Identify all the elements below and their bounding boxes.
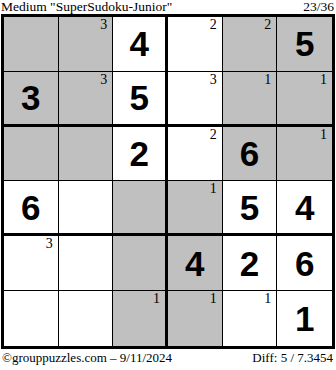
difficulty-text: Diff: 5 / 7.3454 [252,350,333,366]
cell-r4c6[interactable]: 4 [277,181,332,236]
cell-r2c3[interactable]: 5 [113,72,168,127]
cell-r4c2[interactable] [59,181,114,236]
pencil-mark: 2 [210,17,217,32]
cell-value: 3 [21,80,40,115]
cell-r6c5[interactable]: 1 [223,291,278,346]
cell-r3c4[interactable]: 2 [168,127,223,182]
pencil-mark: 1 [264,72,271,87]
cell-value: 6 [295,246,314,281]
cell-r3c1[interactable] [4,127,59,182]
cell-value: 5 [295,26,314,61]
pencil-mark: 1 [264,291,271,306]
cell-r1c5[interactable]: 2 [223,17,278,72]
cell-r6c1[interactable] [4,291,59,346]
puzzle-title: Medium "SuperSudoku-Junior" [1,0,172,14]
pencil-mark: 1 [210,181,217,196]
cell-r5c6[interactable]: 6 [277,236,332,291]
cell-value: 5 [129,80,148,115]
cell-r3c2[interactable] [59,127,114,182]
cell-r5c2[interactable] [59,236,114,291]
cell-r2c4[interactable]: 3 [168,72,223,127]
cell-r5c4[interactable]: 4 [168,236,223,291]
progress-counter: 23/36 [303,0,334,14]
cell-r6c6[interactable]: 1 [277,291,332,346]
cell-r5c1[interactable]: 3 [4,236,59,291]
cell-r2c6[interactable]: 1 [277,72,332,127]
cell-value: 4 [185,246,204,281]
cell-r3c6[interactable]: 1 [277,127,332,182]
cell-r2c1[interactable]: 3 [4,72,59,127]
cell-r6c4[interactable]: 1 [168,291,223,346]
cell-r1c6[interactable]: 5 [277,17,332,72]
cell-value: 2 [129,136,148,171]
cell-r1c1[interactable] [4,17,59,72]
cell-value: 6 [21,190,40,225]
cell-r1c4[interactable]: 2 [168,17,223,72]
cell-r4c4[interactable]: 1 [168,181,223,236]
cell-r4c3[interactable] [113,181,168,236]
cell-value: 1 [295,301,314,336]
board: 342253353112261615434261111 [1,14,335,349]
pencil-mark: 2 [264,17,271,32]
copyright-text: ©grouppuzzles.com – 9/11/2024 [2,350,172,366]
cell-value: 4 [129,26,148,61]
header: Medium "SuperSudoku-Junior" 23/36 [0,0,336,14]
cell-r1c2[interactable]: 3 [59,17,114,72]
pencil-mark: 1 [153,291,160,306]
footer: ©grouppuzzles.com – 9/11/2024 Diff: 5 / … [0,350,336,370]
cell-r3c3[interactable]: 2 [113,127,168,182]
cell-r6c2[interactable] [59,291,114,346]
cell-r1c3[interactable]: 4 [113,17,168,72]
cell-value: 6 [240,136,259,171]
cell-value: 5 [240,190,259,225]
pencil-mark: 3 [210,72,217,87]
cell-r4c1[interactable]: 6 [4,181,59,236]
pencil-mark: 1 [320,72,327,87]
cell-r5c5[interactable]: 2 [223,236,278,291]
cell-r6c3[interactable]: 1 [113,291,168,346]
pencil-mark: 3 [46,236,53,251]
cell-r5c3[interactable] [113,236,168,291]
cell-r4c5[interactable]: 5 [223,181,278,236]
pencil-mark: 1 [320,127,327,142]
cell-value: 4 [295,190,314,225]
cell-value: 2 [240,246,259,281]
pencil-mark: 3 [100,72,107,87]
pencil-mark: 2 [210,127,217,142]
cell-r3c5[interactable]: 6 [223,127,278,182]
cell-r2c2[interactable]: 3 [59,72,114,127]
cell-r2c5[interactable]: 1 [223,72,278,127]
pencil-mark: 3 [100,17,107,32]
pencil-mark: 1 [210,291,217,306]
